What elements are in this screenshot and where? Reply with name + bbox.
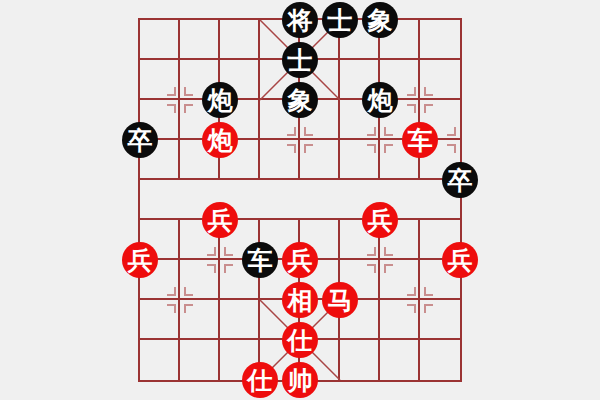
piece-black-elephant[interactable]: 象 [282, 82, 318, 118]
piece-red-pawn[interactable]: 兵 [282, 242, 318, 278]
xiangqi-app-canvas: 将士象士炮象炮卒炮车卒兵兵兵车兵兵相马仕仕帅 [0, 0, 600, 400]
piece-black-pawn[interactable]: 卒 [122, 122, 158, 158]
piece-red-elephant[interactable]: 相 [282, 282, 318, 318]
piece-red-pawn[interactable]: 兵 [362, 202, 398, 238]
piece-black-chariot[interactable]: 车 [242, 242, 278, 278]
piece-red-horse[interactable]: 马 [322, 282, 358, 318]
piece-black-advisor[interactable]: 士 [322, 2, 358, 38]
piece-black-pawn[interactable]: 卒 [442, 162, 478, 198]
piece-black-general[interactable]: 将 [282, 2, 318, 38]
piece-black-elephant[interactable]: 象 [362, 2, 398, 38]
piece-red-pawn[interactable]: 兵 [202, 202, 238, 238]
piece-red-chariot[interactable]: 车 [402, 122, 438, 158]
piece-red-advisor[interactable]: 仕 [282, 322, 318, 358]
piece-red-pawn[interactable]: 兵 [442, 242, 478, 278]
pieces-layer: 将士象士炮象炮卒炮车卒兵兵兵车兵兵相马仕仕帅 [140, 20, 460, 380]
piece-red-king[interactable]: 帅 [282, 362, 318, 398]
piece-red-pawn[interactable]: 兵 [122, 242, 158, 278]
piece-black-cannon[interactable]: 炮 [362, 82, 398, 118]
piece-red-advisor[interactable]: 仕 [242, 362, 278, 398]
piece-black-advisor[interactable]: 士 [282, 42, 318, 78]
piece-black-cannon[interactable]: 炮 [202, 82, 238, 118]
xiangqi-board: 将士象士炮象炮卒炮车卒兵兵兵车兵兵相马仕仕帅 [140, 20, 460, 380]
piece-red-cannon[interactable]: 炮 [202, 122, 238, 158]
